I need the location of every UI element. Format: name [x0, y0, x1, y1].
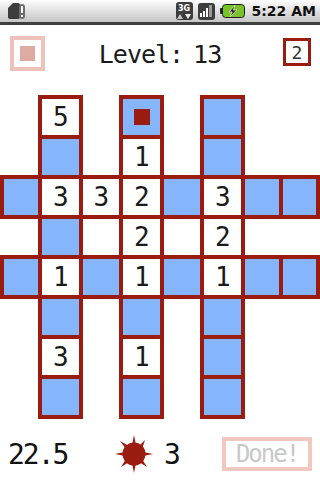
- empty-space: [2, 217, 40, 257]
- clue-cell: 2: [121, 177, 162, 217]
- covered-cell[interactable]: [202, 337, 243, 377]
- empty-space: [281, 337, 318, 377]
- data-traffic-arrows: [177, 14, 191, 19]
- covered-cell[interactable]: [81, 257, 122, 297]
- empty-space: [281, 377, 318, 417]
- clue-cell: 3: [40, 177, 81, 217]
- clue-cell: 1: [121, 137, 162, 177]
- covered-cell[interactable]: [202, 377, 243, 417]
- empty-space: [162, 217, 203, 257]
- covered-cell[interactable]: [2, 257, 40, 297]
- level-value: 13: [193, 40, 221, 69]
- clue-cell: 3: [81, 177, 122, 217]
- empty-space: [162, 297, 203, 337]
- covered-cell[interactable]: [40, 217, 81, 257]
- covered-cell[interactable]: [281, 177, 318, 217]
- empty-space: [162, 137, 203, 177]
- covered-cell[interactable]: [202, 297, 243, 337]
- covered-cell[interactable]: [121, 377, 162, 417]
- empty-space: [162, 377, 203, 417]
- empty-space: [243, 337, 281, 377]
- empty-space: [162, 337, 203, 377]
- empty-space: [2, 337, 40, 377]
- covered-cell[interactable]: [40, 377, 81, 417]
- covered-cell[interactable]: [121, 297, 162, 337]
- empty-space: [281, 217, 318, 257]
- covered-cell[interactable]: [281, 257, 318, 297]
- empty-space: [2, 137, 40, 177]
- covered-cell[interactable]: [243, 257, 281, 297]
- covered-cell[interactable]: [202, 137, 243, 177]
- empty-space: [243, 97, 281, 137]
- clue-cell: 1: [121, 257, 162, 297]
- empty-space: [243, 377, 281, 417]
- level-title: Level:13: [0, 40, 320, 69]
- status-right: 3G 5:22 AM: [176, 2, 316, 20]
- covered-cell[interactable]: [40, 137, 81, 177]
- clock: 5:22 AM: [252, 3, 316, 19]
- covered-cell[interactable]: [162, 257, 203, 297]
- empty-space: [2, 297, 40, 337]
- mines-left-count: 3: [164, 438, 181, 471]
- empty-space: [81, 297, 122, 337]
- empty-space: [281, 137, 318, 177]
- flagged-cell[interactable]: [121, 97, 162, 137]
- flags-remaining-value: 2: [292, 42, 303, 63]
- done-button[interactable]: Done!: [222, 437, 312, 471]
- board: 5133232211131: [0, 95, 320, 419]
- covered-cell[interactable]: [243, 177, 281, 217]
- empty-space: [243, 297, 281, 337]
- data-badge-label: 3G: [178, 4, 190, 13]
- clue-cell: 3: [40, 337, 81, 377]
- clue-cell: 1: [121, 337, 162, 377]
- signal-strength-icon: [198, 3, 215, 20]
- covered-cell[interactable]: [40, 297, 81, 337]
- sdcard-warning-icon: [6, 2, 28, 20]
- covered-cell[interactable]: [202, 97, 243, 137]
- empty-space: [81, 377, 122, 417]
- covered-cell[interactable]: [2, 177, 40, 217]
- empty-space: [81, 337, 122, 377]
- status-bar: 3G 5:22 AM: [0, 0, 320, 25]
- empty-space: [243, 217, 281, 257]
- header-bar: Level:13 2: [0, 25, 320, 91]
- empty-space: [281, 297, 318, 337]
- clue-cell: 1: [202, 257, 243, 297]
- battery-charging-icon: [220, 4, 245, 18]
- footer-bar: 22.5 3 Done!: [0, 430, 320, 480]
- flag-marker: [134, 109, 150, 125]
- clue-cell: 5: [40, 97, 81, 137]
- clue-cell: 2: [202, 217, 243, 257]
- flags-remaining-counter: 2: [283, 38, 311, 66]
- app-screen: 3G 5:22 AM Leve: [0, 0, 320, 480]
- empty-space: [2, 377, 40, 417]
- empty-space: [243, 137, 281, 177]
- covered-cell[interactable]: [162, 177, 203, 217]
- clue-cell: 2: [121, 217, 162, 257]
- mine-icon: [112, 432, 156, 476]
- elapsed-time: 22.5: [8, 438, 67, 471]
- clue-cell: 3: [202, 177, 243, 217]
- level-label: Level:: [99, 40, 183, 69]
- status-left: [6, 2, 28, 20]
- empty-space: [281, 97, 318, 137]
- empty-space: [81, 97, 122, 137]
- mobile-data-3g-icon: 3G: [176, 2, 193, 20]
- empty-space: [162, 97, 203, 137]
- empty-space: [2, 97, 40, 137]
- empty-space: [81, 137, 122, 177]
- empty-space: [81, 217, 122, 257]
- clue-cell: 1: [40, 257, 81, 297]
